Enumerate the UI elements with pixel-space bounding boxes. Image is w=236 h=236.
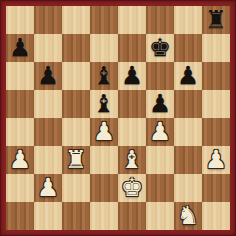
square-h2[interactable]: [202, 174, 230, 202]
square-f1[interactable]: [146, 202, 174, 230]
square-d4[interactable]: ♟: [90, 118, 118, 146]
chess-board: ♜♟♚♟♝♟♟♝♟♟♟♟♜♝♟♟♚♞: [6, 6, 230, 230]
square-c7[interactable]: [62, 34, 90, 62]
square-a2[interactable]: [6, 174, 34, 202]
square-b3[interactable]: [34, 146, 62, 174]
square-h5[interactable]: [202, 90, 230, 118]
square-a3[interactable]: ♟: [6, 146, 34, 174]
square-d6[interactable]: ♝: [90, 62, 118, 90]
square-e6[interactable]: ♟: [118, 62, 146, 90]
square-d3[interactable]: [90, 146, 118, 174]
square-e7[interactable]: [118, 34, 146, 62]
white-knight[interactable]: ♞: [177, 202, 199, 230]
white-pawn[interactable]: ♟: [37, 174, 59, 202]
white-bishop[interactable]: ♝: [121, 146, 143, 174]
square-g3[interactable]: [174, 146, 202, 174]
square-e4[interactable]: [118, 118, 146, 146]
square-h1[interactable]: [202, 202, 230, 230]
square-b7[interactable]: [34, 34, 62, 62]
square-g6[interactable]: ♟: [174, 62, 202, 90]
square-f4[interactable]: ♟: [146, 118, 174, 146]
black-rook[interactable]: ♜: [205, 6, 227, 34]
square-d1[interactable]: [90, 202, 118, 230]
black-pawn[interactable]: ♟: [149, 90, 171, 118]
square-h6[interactable]: [202, 62, 230, 90]
square-h7[interactable]: [202, 34, 230, 62]
square-a8[interactable]: [6, 6, 34, 34]
black-king[interactable]: ♚: [149, 34, 171, 62]
square-e1[interactable]: [118, 202, 146, 230]
square-g5[interactable]: [174, 90, 202, 118]
square-b6[interactable]: ♟: [34, 62, 62, 90]
square-c2[interactable]: [62, 174, 90, 202]
square-c8[interactable]: [62, 6, 90, 34]
square-a5[interactable]: [6, 90, 34, 118]
square-f3[interactable]: [146, 146, 174, 174]
square-c5[interactable]: [62, 90, 90, 118]
square-b1[interactable]: [34, 202, 62, 230]
square-e3[interactable]: ♝: [118, 146, 146, 174]
white-pawn[interactable]: ♟: [9, 146, 31, 174]
square-c1[interactable]: [62, 202, 90, 230]
square-g1[interactable]: ♞: [174, 202, 202, 230]
white-pawn[interactable]: ♟: [205, 146, 227, 174]
black-pawn[interactable]: ♟: [177, 62, 199, 90]
square-e5[interactable]: [118, 90, 146, 118]
square-b2[interactable]: ♟: [34, 174, 62, 202]
black-bishop[interactable]: ♝: [93, 62, 115, 90]
square-a7[interactable]: ♟: [6, 34, 34, 62]
square-g8[interactable]: [174, 6, 202, 34]
square-a6[interactable]: [6, 62, 34, 90]
white-rook[interactable]: ♜: [65, 146, 87, 174]
square-b8[interactable]: [34, 6, 62, 34]
square-d8[interactable]: [90, 6, 118, 34]
square-h3[interactable]: ♟: [202, 146, 230, 174]
square-c4[interactable]: [62, 118, 90, 146]
square-h8[interactable]: ♜: [202, 6, 230, 34]
white-pawn[interactable]: ♟: [93, 118, 115, 146]
black-pawn[interactable]: ♟: [121, 62, 143, 90]
white-pawn[interactable]: ♟: [149, 118, 171, 146]
white-king[interactable]: ♚: [121, 174, 143, 202]
square-g2[interactable]: [174, 174, 202, 202]
square-a4[interactable]: [6, 118, 34, 146]
square-b5[interactable]: [34, 90, 62, 118]
square-h4[interactable]: [202, 118, 230, 146]
square-e8[interactable]: [118, 6, 146, 34]
square-g4[interactable]: [174, 118, 202, 146]
square-g7[interactable]: [174, 34, 202, 62]
square-d7[interactable]: [90, 34, 118, 62]
board-frame: ♜♟♚♟♝♟♟♝♟♟♟♟♜♝♟♟♚♞: [0, 0, 236, 236]
black-pawn[interactable]: ♟: [9, 34, 31, 62]
square-f6[interactable]: [146, 62, 174, 90]
square-d5[interactable]: ♝: [90, 90, 118, 118]
square-a1[interactable]: [6, 202, 34, 230]
square-f7[interactable]: ♚: [146, 34, 174, 62]
square-c3[interactable]: ♜: [62, 146, 90, 174]
square-e2[interactable]: ♚: [118, 174, 146, 202]
black-pawn[interactable]: ♟: [37, 62, 59, 90]
square-b4[interactable]: [34, 118, 62, 146]
square-f5[interactable]: ♟: [146, 90, 174, 118]
square-f2[interactable]: [146, 174, 174, 202]
black-bishop[interactable]: ♝: [93, 90, 115, 118]
square-d2[interactable]: [90, 174, 118, 202]
square-c6[interactable]: [62, 62, 90, 90]
square-f8[interactable]: [146, 6, 174, 34]
